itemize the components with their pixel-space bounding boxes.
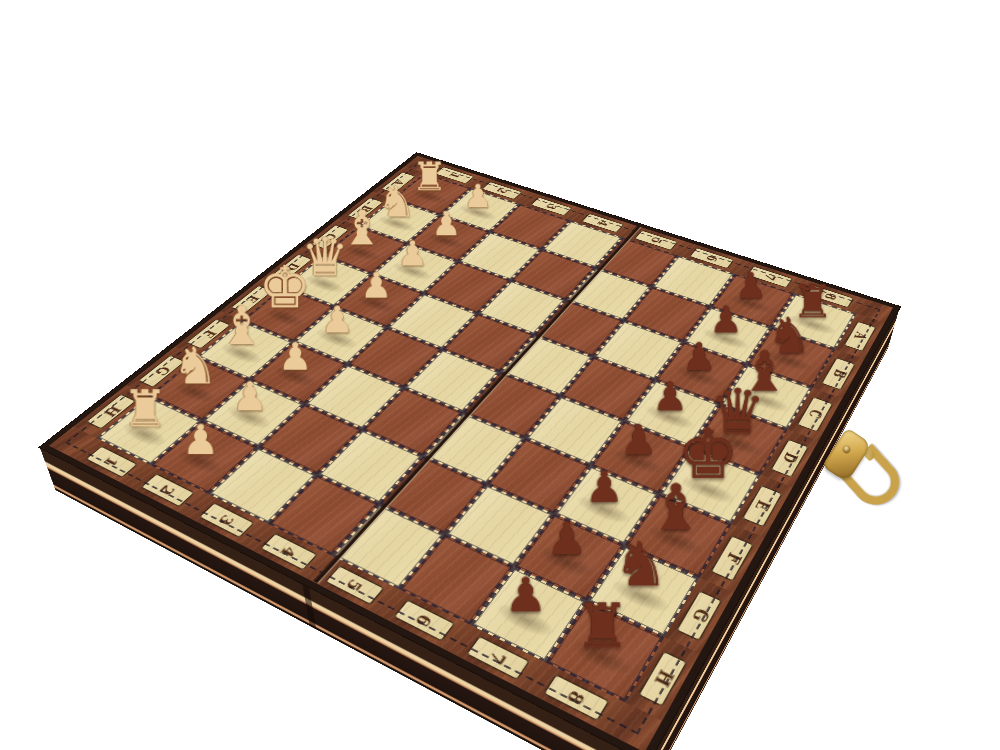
coordinate-text: A (851, 331, 869, 342)
coordinate-text: 3 (543, 203, 558, 211)
piece-white-pawn-f2: ♟ (261, 337, 329, 375)
coordinate-text: 1 (101, 455, 121, 468)
chess-board: 12345678A♜♟♟♜AB♞♟♟♞BC♝♟♟♝CD♛♟♟♛DE♚♟♟♚EF♝… (40, 153, 900, 750)
coordinate-text: 4 (278, 544, 300, 559)
coordinate-text: C (806, 407, 825, 420)
chessboard-scene: 12345678A♜♟♟♜AB♞♟♟♞BC♝♟♟♝CD♛♟♟♛DE♚♟♟♚EF♝… (0, 0, 1000, 750)
coordinate-text: G (688, 605, 712, 624)
piece-white-pawn-d2: ♟ (344, 268, 407, 303)
piece-black-pawn-b7: ♟ (693, 301, 759, 338)
coordinate-text: B (829, 367, 848, 379)
coordinate-plate: A (844, 321, 877, 351)
piece-black-rook-h8: ♜ (558, 594, 645, 656)
piece-black-pawn-c7: ♟ (664, 338, 732, 376)
coordinate-text: F (722, 550, 743, 566)
coordinate-plate: B (821, 357, 855, 390)
piece-white-pawn-g2: ♟ (214, 377, 285, 417)
coordinate-text: 5 (343, 577, 365, 593)
piece-black-pawn-f7: ♟ (565, 465, 642, 508)
board-face: 12345678A♜♟♟♜AB♞♟♟♞BC♝♟♟♝CD♛♟♟♛DE♚♟♟♚EF♝… (49, 156, 893, 750)
coordinate-text: 6 (412, 611, 435, 628)
coordinate-text: 3 (216, 513, 237, 527)
brass-clasp (822, 428, 942, 538)
piece-white-pawn-e2: ♟ (304, 301, 370, 338)
board-top-face: 12345678A♜♟♟♜AB♞♟♟♞BC♝♟♟♝CD♛♟♟♛DE♚♟♟♚EF♝… (40, 153, 900, 750)
coordinate-text: E (752, 498, 773, 513)
coordinate-text: 4 (595, 219, 610, 227)
border-corner (608, 703, 663, 750)
piece-black-pawn-g7: ♟ (526, 516, 607, 561)
piece-white-pawn-h2: ♟ (163, 419, 237, 460)
piece-black-knight-g8: ♞ (599, 534, 682, 595)
coordinate-plate: C (797, 396, 833, 431)
piece-black-pawn-e7: ♟ (601, 419, 675, 460)
coordinate-text: 5 (648, 236, 664, 244)
coordinate-text: 6 (703, 254, 719, 263)
coordinate-text: D (780, 450, 801, 465)
coordinate-text: 7 (486, 648, 509, 666)
coordinate-text: 2 (157, 483, 178, 497)
piece-black-pawn-d7: ♟ (634, 377, 705, 417)
piece-black-pawn-h7: ♟ (483, 571, 568, 618)
coordinate-text: 8 (564, 687, 588, 706)
border-corner (857, 299, 893, 323)
fold-seam-side (302, 583, 316, 629)
coordinate-text: H (650, 667, 676, 689)
